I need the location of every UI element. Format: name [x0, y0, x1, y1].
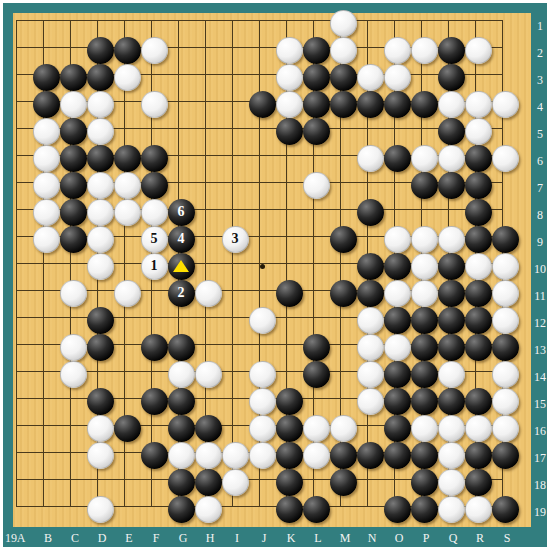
coord-label-right-15: 15 — [534, 398, 546, 410]
white-stone-D17[interactable] — [87, 442, 114, 469]
white-stone-S16[interactable] — [492, 415, 519, 442]
black-stone-R15[interactable] — [465, 388, 492, 415]
white-stone-N6[interactable] — [357, 145, 384, 172]
white-stone-B7[interactable] — [33, 172, 60, 199]
coord-label-right-7: 7 — [537, 182, 543, 194]
white-stone-Q14[interactable] — [438, 361, 465, 388]
white-stone-N13[interactable] — [357, 334, 384, 361]
black-stone-C5[interactable] — [60, 118, 87, 145]
white-stone-B6[interactable] — [33, 145, 60, 172]
black-stone-N10[interactable] — [357, 253, 384, 280]
black-stone-O6[interactable] — [384, 145, 411, 172]
move-number-marker: 4 — [178, 232, 185, 246]
white-stone-S14[interactable] — [492, 361, 519, 388]
black-stone-K16[interactable] — [276, 415, 303, 442]
black-stone-D12[interactable] — [87, 307, 114, 334]
black-stone-O19[interactable] — [384, 496, 411, 523]
coord-label-right-10: 10 — [534, 263, 546, 275]
white-stone-P16[interactable] — [411, 415, 438, 442]
white-stone-C11[interactable] — [60, 280, 87, 307]
go-board[interactable]: 654312 — [13, 13, 531, 527]
white-stone-S6[interactable] — [492, 145, 519, 172]
black-stone-C9[interactable] — [60, 226, 87, 253]
black-stone-N17[interactable] — [357, 442, 384, 469]
black-stone-P17[interactable] — [411, 442, 438, 469]
coord-label-bottom-B: B — [44, 532, 52, 544]
move-number-marker: 2 — [178, 286, 185, 300]
black-stone-D3[interactable] — [87, 64, 114, 91]
white-stone-R10[interactable] — [465, 253, 492, 280]
coord-label-right-4: 4 — [537, 101, 543, 113]
white-stone-H11[interactable] — [195, 280, 222, 307]
white-stone-P10[interactable] — [411, 253, 438, 280]
black-stone-L4[interactable] — [303, 91, 330, 118]
white-stone-D8[interactable] — [87, 199, 114, 226]
white-stone-H17[interactable] — [195, 442, 222, 469]
black-stone-D6[interactable] — [87, 145, 114, 172]
white-stone-N12[interactable] — [357, 307, 384, 334]
white-stone-Q18[interactable] — [438, 469, 465, 496]
black-stone-B4[interactable] — [33, 91, 60, 118]
black-stone-M18[interactable] — [330, 469, 357, 496]
black-stone-R18[interactable] — [465, 469, 492, 496]
black-stone-R13[interactable] — [465, 334, 492, 361]
white-stone-I18[interactable] — [222, 469, 249, 496]
coord-label-right-14: 14 — [534, 371, 546, 383]
coord-label-bottom-Q: Q — [449, 532, 458, 544]
white-stone-C4[interactable] — [60, 91, 87, 118]
white-stone-M16[interactable] — [330, 415, 357, 442]
coord-label-bottom-R: R — [476, 532, 484, 544]
coord-label-right-6: 6 — [537, 155, 543, 167]
white-stone-G17[interactable] — [168, 442, 195, 469]
black-stone-C7[interactable] — [60, 172, 87, 199]
black-stone-P15[interactable] — [411, 388, 438, 415]
black-stone-C8[interactable] — [60, 199, 87, 226]
white-stone-M2[interactable] — [330, 37, 357, 64]
coord-label-bottom-C: C — [71, 532, 79, 544]
white-stone-Q16[interactable] — [438, 415, 465, 442]
black-stone-M4[interactable] — [330, 91, 357, 118]
white-stone-O11[interactable] — [384, 280, 411, 307]
white-stone-P11[interactable] — [411, 280, 438, 307]
black-stone-K17[interactable] — [276, 442, 303, 469]
coord-label-right-13: 13 — [534, 344, 546, 356]
white-stone-L17[interactable] — [303, 442, 330, 469]
white-stone-I9[interactable]: 3 — [222, 226, 249, 253]
black-stone-S17[interactable] — [492, 442, 519, 469]
black-stone-R8[interactable] — [465, 199, 492, 226]
white-stone-J15[interactable] — [249, 388, 276, 415]
white-stone-F2[interactable] — [141, 37, 168, 64]
black-stone-Q13[interactable] — [438, 334, 465, 361]
black-stone-H16[interactable] — [195, 415, 222, 442]
black-stone-L19[interactable] — [303, 496, 330, 523]
black-stone-E2[interactable] — [114, 37, 141, 64]
white-stone-M1[interactable] — [330, 10, 357, 37]
white-stone-R4[interactable] — [465, 91, 492, 118]
black-stone-O15[interactable] — [384, 388, 411, 415]
white-stone-D9[interactable] — [87, 226, 114, 253]
black-stone-M11[interactable] — [330, 280, 357, 307]
coord-label-right-3: 3 — [537, 74, 543, 86]
black-stone-C6[interactable] — [60, 145, 87, 172]
coord-label-right-16: 16 — [534, 425, 546, 437]
black-stone-P4[interactable] — [411, 91, 438, 118]
black-stone-O14[interactable] — [384, 361, 411, 388]
black-stone-G9[interactable]: 4 — [168, 226, 195, 253]
coord-label-bottom-D: D — [98, 532, 107, 544]
black-stone-E6[interactable] — [114, 145, 141, 172]
white-stone-J17[interactable] — [249, 442, 276, 469]
white-stone-N3[interactable] — [357, 64, 384, 91]
white-stone-B8[interactable] — [33, 199, 60, 226]
white-stone-Q6[interactable] — [438, 145, 465, 172]
coord-label-bottom-K: K — [287, 532, 296, 544]
black-stone-S19[interactable] — [492, 496, 519, 523]
black-stone-F17[interactable] — [141, 442, 168, 469]
black-stone-R9[interactable] — [465, 226, 492, 253]
black-stone-Q2[interactable] — [438, 37, 465, 64]
black-stone-Q5[interactable] — [438, 118, 465, 145]
black-stone-R7[interactable] — [465, 172, 492, 199]
coord-label-right-19: 19 — [534, 506, 546, 518]
black-stone-O4[interactable] — [384, 91, 411, 118]
coord-label-bottom-L: L — [314, 532, 321, 544]
black-stone-M9[interactable] — [330, 226, 357, 253]
black-stone-G10[interactable] — [168, 253, 195, 280]
white-stone-P6[interactable] — [411, 145, 438, 172]
black-stone-R11[interactable] — [465, 280, 492, 307]
white-stone-D7[interactable] — [87, 172, 114, 199]
white-stone-E3[interactable] — [114, 64, 141, 91]
white-stone-F4[interactable] — [141, 91, 168, 118]
black-stone-L5[interactable] — [303, 118, 330, 145]
white-stone-D5[interactable] — [87, 118, 114, 145]
coord-label-right-2: 2 — [537, 47, 543, 59]
white-stone-P9[interactable] — [411, 226, 438, 253]
coord-label-bottom-S: S — [504, 532, 511, 544]
white-stone-K3[interactable] — [276, 64, 303, 91]
black-stone-C3[interactable] — [60, 64, 87, 91]
black-stone-P18[interactable] — [411, 469, 438, 496]
black-stone-S9[interactable] — [492, 226, 519, 253]
black-stone-S13[interactable] — [492, 334, 519, 361]
black-stone-L3[interactable] — [303, 64, 330, 91]
white-stone-Q9[interactable] — [438, 226, 465, 253]
white-stone-O2[interactable] — [384, 37, 411, 64]
go-app-window: 654312 ABCDEFGHIJKLMNOPQRS12345678910111… — [0, 0, 550, 550]
black-stone-Q10[interactable] — [438, 253, 465, 280]
white-stone-S12[interactable] — [492, 307, 519, 334]
black-stone-R17[interactable] — [465, 442, 492, 469]
white-stone-J14[interactable] — [249, 361, 276, 388]
white-stone-F8[interactable] — [141, 199, 168, 226]
coord-label-right-5: 5 — [537, 128, 543, 140]
white-stone-G14[interactable] — [168, 361, 195, 388]
black-stone-P19[interactable] — [411, 496, 438, 523]
white-stone-H19[interactable] — [195, 496, 222, 523]
white-stone-L16[interactable] — [303, 415, 330, 442]
white-stone-J12[interactable] — [249, 307, 276, 334]
black-stone-E16[interactable] — [114, 415, 141, 442]
white-stone-R5[interactable] — [465, 118, 492, 145]
black-stone-P14[interactable] — [411, 361, 438, 388]
white-stone-O13[interactable] — [384, 334, 411, 361]
coord-label-right-17: 17 — [534, 452, 546, 464]
black-stone-K5[interactable] — [276, 118, 303, 145]
triangle-marker — [173, 260, 189, 272]
black-stone-P12[interactable] — [411, 307, 438, 334]
black-stone-P13[interactable] — [411, 334, 438, 361]
coord-label-bottom-A: A — [17, 532, 26, 544]
coord-label-bottom-G: G — [179, 532, 188, 544]
black-stone-Q7[interactable] — [438, 172, 465, 199]
black-stone-L13[interactable] — [303, 334, 330, 361]
coord-label-bottom-P: P — [423, 532, 430, 544]
white-stone-D4[interactable] — [87, 91, 114, 118]
white-stone-K2[interactable] — [276, 37, 303, 64]
coord-label-bottom-M: M — [340, 532, 351, 544]
white-stone-B5[interactable] — [33, 118, 60, 145]
white-stone-J16[interactable] — [249, 415, 276, 442]
black-stone-F15[interactable] — [141, 388, 168, 415]
coord-label-corner-19: 19 — [5, 532, 17, 544]
move-number-marker: 5 — [151, 232, 158, 246]
white-stone-S15[interactable] — [492, 388, 519, 415]
black-stone-F13[interactable] — [141, 334, 168, 361]
black-stone-Q11[interactable] — [438, 280, 465, 307]
white-stone-N14[interactable] — [357, 361, 384, 388]
coord-label-right-9: 9 — [537, 236, 543, 248]
black-stone-M3[interactable] — [330, 64, 357, 91]
white-stone-E11[interactable] — [114, 280, 141, 307]
black-stone-H18[interactable] — [195, 469, 222, 496]
black-stone-G15[interactable] — [168, 388, 195, 415]
white-stone-F9[interactable]: 5 — [141, 226, 168, 253]
coord-label-right-12: 12 — [534, 317, 546, 329]
coord-label-bottom-O: O — [395, 532, 404, 544]
black-stone-K15[interactable] — [276, 388, 303, 415]
black-stone-P7[interactable] — [411, 172, 438, 199]
black-stone-D13[interactable] — [87, 334, 114, 361]
white-stone-Q19[interactable] — [438, 496, 465, 523]
white-stone-F10[interactable]: 1 — [141, 253, 168, 280]
white-stone-R2[interactable] — [465, 37, 492, 64]
move-number-marker: 3 — [232, 232, 239, 246]
coord-label-right-18: 18 — [534, 479, 546, 491]
black-stone-G13[interactable] — [168, 334, 195, 361]
black-stone-L14[interactable] — [303, 361, 330, 388]
black-stone-G11[interactable]: 2 — [168, 280, 195, 307]
white-stone-R19[interactable] — [465, 496, 492, 523]
black-stone-Q3[interactable] — [438, 64, 465, 91]
coord-label-right-11: 11 — [534, 290, 546, 302]
black-stone-O10[interactable] — [384, 253, 411, 280]
black-stone-G16[interactable] — [168, 415, 195, 442]
black-stone-G19[interactable] — [168, 496, 195, 523]
star-point — [260, 264, 265, 269]
black-stone-K19[interactable] — [276, 496, 303, 523]
coord-label-bottom-F: F — [153, 532, 160, 544]
white-stone-S4[interactable] — [492, 91, 519, 118]
black-stone-N11[interactable] — [357, 280, 384, 307]
black-stone-R6[interactable] — [465, 145, 492, 172]
white-stone-D19[interactable] — [87, 496, 114, 523]
white-stone-L7[interactable] — [303, 172, 330, 199]
white-stone-E7[interactable] — [114, 172, 141, 199]
white-stone-I17[interactable] — [222, 442, 249, 469]
black-stone-L2[interactable] — [303, 37, 330, 64]
white-stone-B9[interactable] — [33, 226, 60, 253]
black-stone-O12[interactable] — [384, 307, 411, 334]
white-stone-S10[interactable] — [492, 253, 519, 280]
white-stone-R16[interactable] — [465, 415, 492, 442]
black-stone-O16[interactable] — [384, 415, 411, 442]
white-stone-Q17[interactable] — [438, 442, 465, 469]
white-stone-O3[interactable] — [384, 64, 411, 91]
coord-label-bottom-J: J — [262, 532, 267, 544]
white-stone-O9[interactable] — [384, 226, 411, 253]
black-stone-M17[interactable] — [330, 442, 357, 469]
black-stone-N8[interactable] — [357, 199, 384, 226]
coord-label-right-8: 8 — [537, 209, 543, 221]
black-stone-K11[interactable] — [276, 280, 303, 307]
move-number-marker: 1 — [151, 259, 158, 273]
coord-label-bottom-E: E — [125, 532, 132, 544]
white-stone-N15[interactable] — [357, 388, 384, 415]
white-stone-S11[interactable] — [492, 280, 519, 307]
white-stone-Q4[interactable] — [438, 91, 465, 118]
black-stone-D15[interactable] — [87, 388, 114, 415]
black-stone-Q12[interactable] — [438, 307, 465, 334]
white-stone-E8[interactable] — [114, 199, 141, 226]
coord-label-right-1: 1 — [537, 20, 543, 32]
coord-label-bottom-I: I — [235, 532, 239, 544]
black-stone-B3[interactable] — [33, 64, 60, 91]
black-stone-J4[interactable] — [249, 91, 276, 118]
white-stone-C14[interactable] — [60, 361, 87, 388]
black-stone-R12[interactable] — [465, 307, 492, 334]
white-stone-H14[interactable] — [195, 361, 222, 388]
white-stone-D10[interactable] — [87, 253, 114, 280]
black-stone-D2[interactable] — [87, 37, 114, 64]
white-stone-K4[interactable] — [276, 91, 303, 118]
white-stone-D16[interactable] — [87, 415, 114, 442]
black-stone-Q15[interactable] — [438, 388, 465, 415]
black-stone-G8[interactable]: 6 — [168, 199, 195, 226]
coord-label-bottom-H: H — [206, 532, 215, 544]
black-stone-K18[interactable] — [276, 469, 303, 496]
coord-label-bottom-N: N — [368, 532, 377, 544]
black-stone-N4[interactable] — [357, 91, 384, 118]
black-stone-O17[interactable] — [384, 442, 411, 469]
black-stone-F7[interactable] — [141, 172, 168, 199]
white-stone-P2[interactable] — [411, 37, 438, 64]
move-number-marker: 6 — [178, 205, 185, 219]
black-stone-G18[interactable] — [168, 469, 195, 496]
white-stone-C13[interactable] — [60, 334, 87, 361]
black-stone-F6[interactable] — [141, 145, 168, 172]
